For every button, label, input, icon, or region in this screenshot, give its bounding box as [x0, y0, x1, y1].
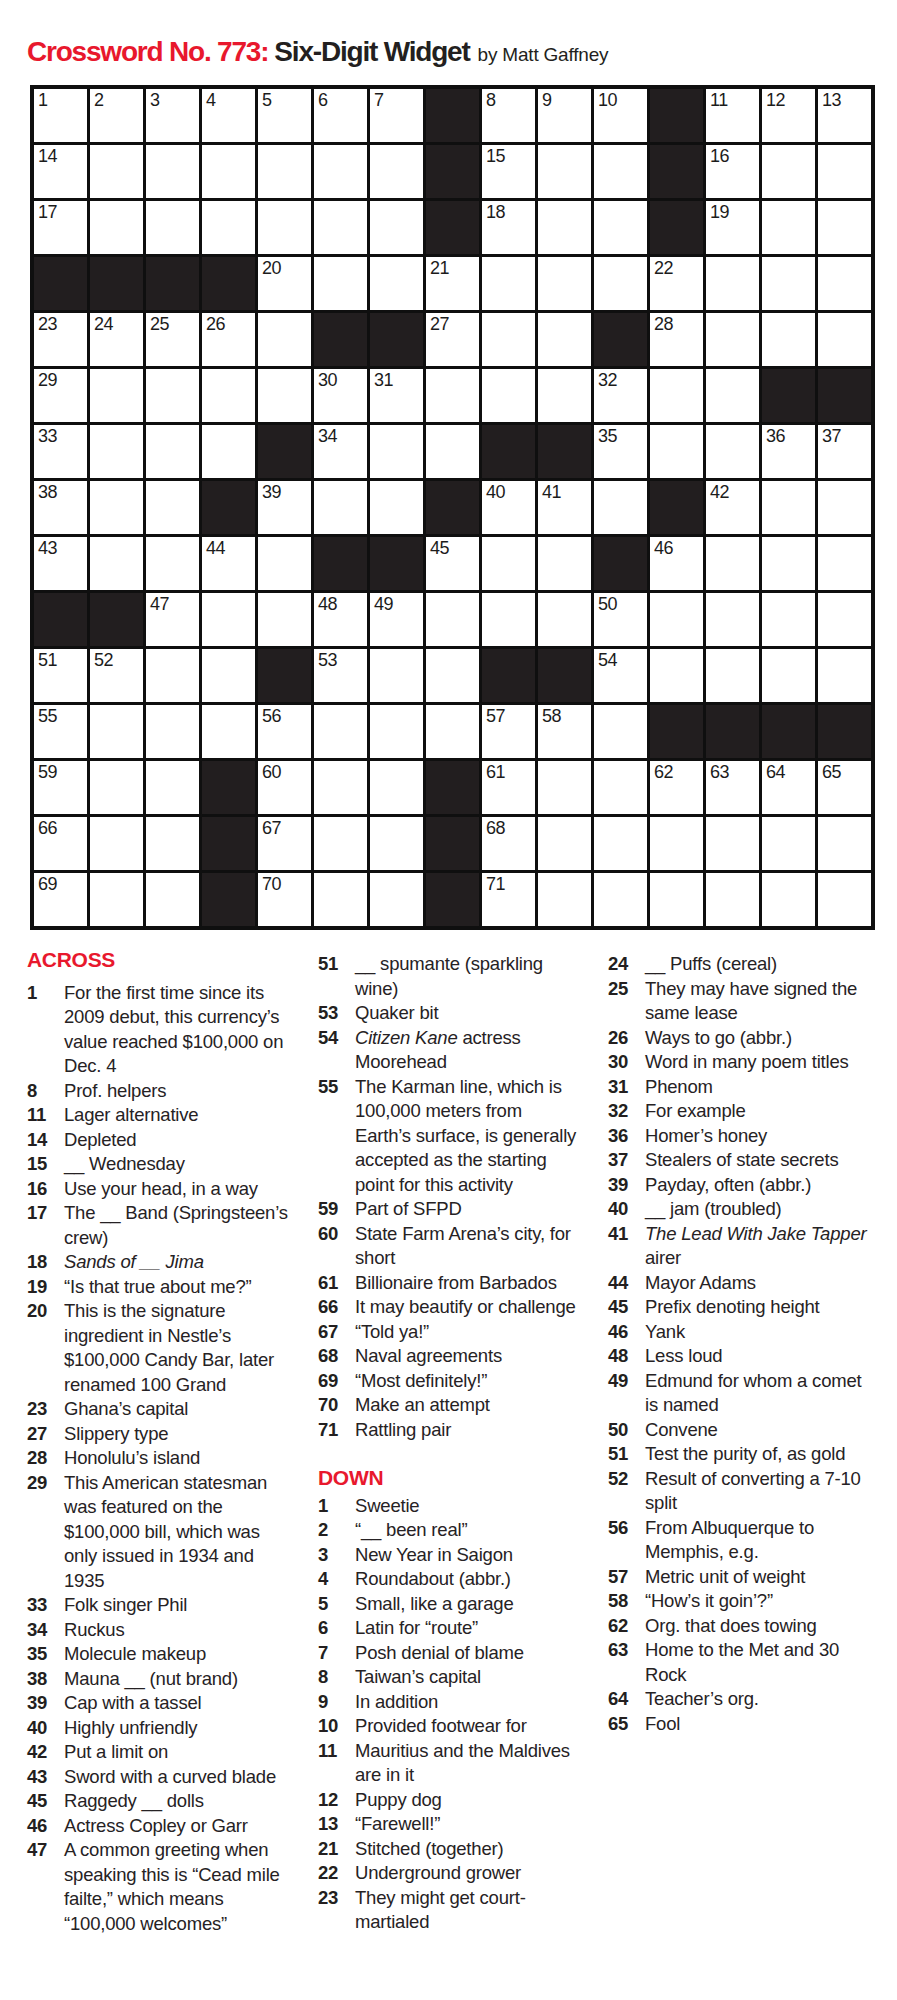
clue-number: 5	[318, 1592, 328, 1617]
clue-down-3: 3New Year in Saigon	[318, 1543, 582, 1568]
cell-r1c5[interactable]: 5	[258, 89, 311, 142]
cell-r11c7[interactable]	[370, 649, 423, 702]
clue-across-42: 42Put a limit on	[27, 1740, 291, 1765]
clue-down-12: 12Puppy dog	[318, 1788, 582, 1813]
block-r3c8	[426, 201, 479, 254]
cell-number: 71	[486, 875, 505, 893]
cell-r12c4[interactable]	[202, 705, 255, 758]
cell-r6c6[interactable]: 30	[314, 369, 367, 422]
cell-r10c14[interactable]	[762, 593, 815, 646]
cell-r10c7[interactable]: 49	[370, 593, 423, 646]
cell-r2c9[interactable]: 15	[482, 145, 535, 198]
clue-number: 52	[608, 1467, 628, 1492]
clue-number: 24	[608, 952, 628, 977]
cell-r14c9[interactable]: 68	[482, 817, 535, 870]
cell-r15c6[interactable]	[314, 873, 367, 926]
cell-number: 35	[598, 427, 617, 445]
cell-r6c1[interactable]: 29	[34, 369, 87, 422]
block-r15c8	[426, 873, 479, 926]
cell-r8c6[interactable]	[314, 481, 367, 534]
clue-text: Molecule makeup	[64, 1643, 206, 1664]
cell-r8c3[interactable]	[146, 481, 199, 534]
cell-r6c2[interactable]	[90, 369, 143, 422]
cell-r9c15[interactable]	[818, 537, 871, 590]
cell-r4c15[interactable]	[818, 257, 871, 310]
cell-r5c10[interactable]	[538, 313, 591, 366]
cell-r15c9[interactable]: 71	[482, 873, 535, 926]
cell-number: 67	[262, 819, 281, 837]
cell-r3c15[interactable]	[818, 201, 871, 254]
cell-r4c12[interactable]: 22	[650, 257, 703, 310]
clue-text: Stealers of state secrets	[645, 1149, 838, 1170]
clue-number: 47	[27, 1838, 47, 1863]
cell-r4c6[interactable]	[314, 257, 367, 310]
cell-r3c11[interactable]	[594, 201, 647, 254]
cell-r4c5[interactable]: 20	[258, 257, 311, 310]
clue-text: Prof. helpers	[64, 1080, 166, 1101]
cell-r5c5[interactable]	[258, 313, 311, 366]
cell-r8c15[interactable]	[818, 481, 871, 534]
cell-number: 2	[94, 91, 104, 109]
cell-r13c9[interactable]: 61	[482, 761, 535, 814]
cell-r6c7[interactable]: 31	[370, 369, 423, 422]
clue-across-17: 17The __ Band (Springsteen’s crew)	[27, 1201, 291, 1250]
cell-r5c12[interactable]: 28	[650, 313, 703, 366]
cell-r14c15[interactable]	[818, 817, 871, 870]
cell-r15c12[interactable]	[650, 873, 703, 926]
cell-r14c7[interactable]	[370, 817, 423, 870]
cell-r13c5[interactable]: 60	[258, 761, 311, 814]
block-r14c4	[202, 817, 255, 870]
cell-r10c5[interactable]	[258, 593, 311, 646]
clue-text: Ghana’s capital	[64, 1398, 188, 1419]
cell-r8c13[interactable]: 42	[706, 481, 759, 534]
clue-down-4: 4Roundabout (abbr.)	[318, 1567, 582, 1592]
clue-down-44: 44Mayor Adams	[608, 1271, 876, 1296]
cell-r7c15[interactable]: 37	[818, 425, 871, 478]
cell-r7c2[interactable]	[90, 425, 143, 478]
cell-r13c13[interactable]: 63	[706, 761, 759, 814]
cell-r5c15[interactable]	[818, 313, 871, 366]
clue-text: Naval agreements	[355, 1345, 502, 1366]
clue-across-35: 35Molecule makeup	[27, 1642, 291, 1667]
cell-number: 50	[598, 595, 617, 613]
cell-r1c1[interactable]: 1	[34, 89, 87, 142]
cell-r2c7[interactable]	[370, 145, 423, 198]
block-r7c9	[482, 425, 535, 478]
clue-down-62: 62Org. that does towing	[608, 1614, 876, 1639]
cell-r6c10[interactable]	[538, 369, 591, 422]
cell-r9c14[interactable]	[762, 537, 815, 590]
cell-r10c3[interactable]: 47	[146, 593, 199, 646]
clue-number: 6	[318, 1616, 328, 1641]
clue-text: Latin for “route”	[355, 1617, 478, 1638]
cell-r4c10[interactable]	[538, 257, 591, 310]
cell-r3c3[interactable]	[146, 201, 199, 254]
cell-r8c5[interactable]: 39	[258, 481, 311, 534]
cell-r2c5[interactable]	[258, 145, 311, 198]
cell-r5c13[interactable]	[706, 313, 759, 366]
cell-r1c3[interactable]: 3	[146, 89, 199, 142]
cell-r5c9[interactable]	[482, 313, 535, 366]
cell-r11c13[interactable]	[706, 649, 759, 702]
clue-text: Posh denial of blame	[355, 1642, 524, 1663]
clue-number: 46	[27, 1814, 47, 1839]
cell-r9c2[interactable]	[90, 537, 143, 590]
clue-number: 59	[318, 1197, 338, 1222]
cell-r4c9[interactable]	[482, 257, 535, 310]
cell-r11c3[interactable]	[146, 649, 199, 702]
clue-across-1: 1For the first time since its 2009 debut…	[27, 981, 291, 1079]
cell-r13c1[interactable]: 59	[34, 761, 87, 814]
cell-r14c13[interactable]	[706, 817, 759, 870]
cell-r8c11[interactable]	[594, 481, 647, 534]
cell-r9c9[interactable]	[482, 537, 535, 590]
cell-r9c13[interactable]	[706, 537, 759, 590]
clue-down-9: 9In addition	[318, 1690, 582, 1715]
cell-r12c2[interactable]	[90, 705, 143, 758]
cell-r2c2[interactable]	[90, 145, 143, 198]
clue-text: New Year in Saigon	[355, 1544, 513, 1565]
clue-number: 23	[318, 1886, 338, 1911]
cell-r13c10[interactable]	[538, 761, 591, 814]
clue-down-57: 57Metric unit of weight	[608, 1565, 876, 1590]
cell-r15c13[interactable]	[706, 873, 759, 926]
cell-r13c7[interactable]	[370, 761, 423, 814]
cell-r1c14[interactable]: 12	[762, 89, 815, 142]
clue-text: From Albuquerque to Memphis, e.g.	[645, 1517, 814, 1563]
cell-r3c1[interactable]: 17	[34, 201, 87, 254]
cell-r14c11[interactable]	[594, 817, 647, 870]
cell-r8c1[interactable]: 38	[34, 481, 87, 534]
cell-r11c8[interactable]	[426, 649, 479, 702]
block-r9c11	[594, 537, 647, 590]
cell-r15c10[interactable]	[538, 873, 591, 926]
cell-r7c3[interactable]	[146, 425, 199, 478]
cell-r10c4[interactable]	[202, 593, 255, 646]
cell-r14c2[interactable]	[90, 817, 143, 870]
clue-across-47: 47A common greeting when speaking this i…	[27, 1838, 291, 1936]
cell-r2c13[interactable]: 16	[706, 145, 759, 198]
clue-down-5: 5Small, like a garage	[318, 1592, 582, 1617]
cell-r5c8[interactable]: 27	[426, 313, 479, 366]
clue-number: 39	[27, 1691, 47, 1716]
cell-r1c7[interactable]: 7	[370, 89, 423, 142]
cell-r7c1[interactable]: 33	[34, 425, 87, 478]
cell-r2c3[interactable]	[146, 145, 199, 198]
cell-r4c8[interactable]: 21	[426, 257, 479, 310]
cell-r11c15[interactable]	[818, 649, 871, 702]
cell-r12c1[interactable]: 55	[34, 705, 87, 758]
cell-r12c7[interactable]	[370, 705, 423, 758]
cell-r13c3[interactable]	[146, 761, 199, 814]
block-r8c4	[202, 481, 255, 534]
cell-r9c1[interactable]: 43	[34, 537, 87, 590]
cell-r1c15[interactable]: 13	[818, 89, 871, 142]
cell-r5c4[interactable]: 26	[202, 313, 255, 366]
clue-down-30: 30Word in many poem titles	[608, 1050, 876, 1075]
cell-r9c5[interactable]	[258, 537, 311, 590]
clue-number: 41	[608, 1222, 628, 1247]
cell-r3c9[interactable]: 18	[482, 201, 535, 254]
clue-number: 37	[608, 1148, 628, 1173]
clue-number: 53	[318, 1001, 338, 1026]
cell-r10c13[interactable]	[706, 593, 759, 646]
clue-text: Yank	[645, 1321, 685, 1342]
cell-r5c3[interactable]: 25	[146, 313, 199, 366]
cell-r8c7[interactable]	[370, 481, 423, 534]
cell-r10c10[interactable]	[538, 593, 591, 646]
clue-down-40: 40__ jam (troubled)	[608, 1197, 876, 1222]
title-byline: by Matt Gaffney	[478, 44, 609, 65]
cell-r11c2[interactable]: 52	[90, 649, 143, 702]
cell-r14c14[interactable]	[762, 817, 815, 870]
cell-r14c1[interactable]: 66	[34, 817, 87, 870]
cell-r2c15[interactable]	[818, 145, 871, 198]
down-header: DOWN	[318, 1466, 582, 1491]
cell-r3c7[interactable]	[370, 201, 423, 254]
cell-r12c3[interactable]	[146, 705, 199, 758]
cell-r3c13[interactable]: 19	[706, 201, 759, 254]
cell-r6c4[interactable]	[202, 369, 255, 422]
cell-number: 37	[822, 427, 841, 445]
clue-down-63: 63Home to the Met and 30 Rock	[608, 1638, 876, 1687]
cell-r4c14[interactable]	[762, 257, 815, 310]
clue-text: In addition	[355, 1691, 438, 1712]
cell-r2c6[interactable]	[314, 145, 367, 198]
cell-r3c2[interactable]	[90, 201, 143, 254]
cell-r11c14[interactable]	[762, 649, 815, 702]
clue-text: Metric unit of weight	[645, 1566, 805, 1587]
clue-text: __ Wednesday	[64, 1153, 185, 1174]
block-r1c8	[426, 89, 479, 142]
clue-number: 66	[318, 1295, 338, 1320]
clue-number: 48	[608, 1344, 628, 1369]
clue-text: Payday, often (abbr.)	[645, 1174, 811, 1195]
clue-text: They may have signed the same lease	[645, 978, 857, 1024]
cell-r15c14[interactable]	[762, 873, 815, 926]
cell-r10c9[interactable]	[482, 593, 535, 646]
clue-down-45: 45Prefix denoting height	[608, 1295, 876, 1320]
cell-r2c10[interactable]	[538, 145, 591, 198]
cell-r6c12[interactable]	[650, 369, 703, 422]
cell-r6c11[interactable]: 32	[594, 369, 647, 422]
cell-number: 5	[262, 91, 272, 109]
cell-r15c1[interactable]: 69	[34, 873, 87, 926]
cell-r7c12[interactable]	[650, 425, 703, 478]
cell-r11c11[interactable]: 54	[594, 649, 647, 702]
clue-down-22: 22Underground grower	[318, 1861, 582, 1886]
block-r5c11	[594, 313, 647, 366]
cell-r7c8[interactable]	[426, 425, 479, 478]
cell-r10c11[interactable]: 50	[594, 593, 647, 646]
clue-across-20: 20This is the signature ingredient in Ne…	[27, 1299, 291, 1397]
cell-r4c13[interactable]	[706, 257, 759, 310]
cell-r15c11[interactable]	[594, 873, 647, 926]
cell-r8c14[interactable]	[762, 481, 815, 534]
cell-r2c14[interactable]	[762, 145, 815, 198]
cell-r12c8[interactable]	[426, 705, 479, 758]
cell-r13c14[interactable]: 64	[762, 761, 815, 814]
cell-r1c6[interactable]: 6	[314, 89, 367, 142]
block-r3c12	[650, 201, 703, 254]
cell-r7c11[interactable]: 35	[594, 425, 647, 478]
cell-r2c11[interactable]	[594, 145, 647, 198]
block-r5c7	[370, 313, 423, 366]
clue-down-2: 2“__ been real”	[318, 1518, 582, 1543]
cell-r5c1[interactable]: 23	[34, 313, 87, 366]
clue-text: Result of converting a 7-10 split	[645, 1468, 861, 1514]
cell-number: 8	[486, 91, 496, 109]
cell-r13c6[interactable]	[314, 761, 367, 814]
cell-r13c2[interactable]	[90, 761, 143, 814]
cell-r12c10[interactable]: 58	[538, 705, 591, 758]
cell-r2c1[interactable]: 14	[34, 145, 87, 198]
cell-r1c2[interactable]: 2	[90, 89, 143, 142]
cell-r11c1[interactable]: 51	[34, 649, 87, 702]
block-r12c15	[818, 705, 871, 758]
block-r11c10	[538, 649, 591, 702]
cell-r12c5[interactable]: 56	[258, 705, 311, 758]
clue-down-58: 58“How’s it goin’?”	[608, 1589, 876, 1614]
block-r9c6	[314, 537, 367, 590]
cell-r11c4[interactable]	[202, 649, 255, 702]
cell-r1c13[interactable]: 11	[706, 89, 759, 142]
cell-r14c3[interactable]	[146, 817, 199, 870]
clue-number: 38	[27, 1667, 47, 1692]
cell-number: 66	[38, 819, 57, 837]
cell-r9c4[interactable]: 44	[202, 537, 255, 590]
cell-r10c12[interactable]	[650, 593, 703, 646]
cell-r11c12[interactable]	[650, 649, 703, 702]
cell-r8c10[interactable]: 41	[538, 481, 591, 534]
clue-text: Underground grower	[355, 1862, 521, 1883]
cell-r7c6[interactable]: 34	[314, 425, 367, 478]
clue-text: Word in many poem titles	[645, 1051, 849, 1072]
clue-number: 68	[318, 1344, 338, 1369]
clue-number: 20	[27, 1299, 47, 1324]
cell-r9c3[interactable]	[146, 537, 199, 590]
cell-r1c9[interactable]: 8	[482, 89, 535, 142]
cell-r10c8[interactable]	[426, 593, 479, 646]
cell-r9c10[interactable]	[538, 537, 591, 590]
cell-r9c12[interactable]: 46	[650, 537, 703, 590]
block-r9c7	[370, 537, 423, 590]
cell-r3c6[interactable]	[314, 201, 367, 254]
cell-number: 6	[318, 91, 328, 109]
cell-r4c7[interactable]	[370, 257, 423, 310]
cell-number: 44	[206, 539, 225, 557]
clue-text: Mayor Adams	[645, 1272, 756, 1293]
cell-r1c11[interactable]: 10	[594, 89, 647, 142]
cell-number: 12	[766, 91, 785, 109]
cell-r14c10[interactable]	[538, 817, 591, 870]
cell-r15c15[interactable]	[818, 873, 871, 926]
block-r15c4	[202, 873, 255, 926]
cell-r6c8[interactable]	[426, 369, 479, 422]
clue-text: Provided footwear for	[355, 1715, 527, 1736]
clue-text: Part of SFPD	[355, 1198, 462, 1219]
clue-number: 16	[27, 1177, 47, 1202]
block-r4c1	[34, 257, 87, 310]
cell-r7c14[interactable]: 36	[762, 425, 815, 478]
cell-r6c9[interactable]	[482, 369, 535, 422]
clue-number: 54	[318, 1026, 338, 1051]
cell-r5c2[interactable]: 24	[90, 313, 143, 366]
cell-r12c9[interactable]: 57	[482, 705, 535, 758]
cell-r3c10[interactable]	[538, 201, 591, 254]
cell-r14c12[interactable]	[650, 817, 703, 870]
clue-number: 45	[608, 1295, 628, 1320]
cell-r1c10[interactable]: 9	[538, 89, 591, 142]
cell-r12c11[interactable]	[594, 705, 647, 758]
cell-r10c15[interactable]	[818, 593, 871, 646]
clue-text: Roundabout (abbr.)	[355, 1568, 511, 1589]
cell-r4c11[interactable]	[594, 257, 647, 310]
cell-r13c15[interactable]: 65	[818, 761, 871, 814]
clue-number: 12	[318, 1788, 338, 1813]
cell-r11c6[interactable]: 53	[314, 649, 367, 702]
cell-r15c5[interactable]: 70	[258, 873, 311, 926]
block-r13c4	[202, 761, 255, 814]
cell-number: 68	[486, 819, 505, 837]
cell-r15c7[interactable]	[370, 873, 423, 926]
cell-r2c4[interactable]	[202, 145, 255, 198]
clue-across-18: 18Sands of __ Jima	[27, 1250, 291, 1275]
cell-r3c5[interactable]	[258, 201, 311, 254]
clue-across-66: 66It may beautify or challenge	[318, 1295, 582, 1320]
clue-text: Edmund for whom a comet is named	[645, 1370, 861, 1416]
cell-r7c4[interactable]	[202, 425, 255, 478]
cell-r15c2[interactable]	[90, 873, 143, 926]
clue-number: 27	[27, 1422, 47, 1447]
clue-number: 25	[608, 977, 628, 1002]
cell-r12c6[interactable]	[314, 705, 367, 758]
cell-r7c13[interactable]	[706, 425, 759, 478]
cell-r14c5[interactable]: 67	[258, 817, 311, 870]
cell-r13c11[interactable]	[594, 761, 647, 814]
clue-number: 40	[608, 1197, 628, 1222]
cell-r5c14[interactable]	[762, 313, 815, 366]
cell-r1c4[interactable]: 4	[202, 89, 255, 142]
cell-r9c8[interactable]: 45	[426, 537, 479, 590]
cell-r15c3[interactable]	[146, 873, 199, 926]
cell-number: 19	[710, 203, 729, 221]
cell-r3c4[interactable]	[202, 201, 255, 254]
cell-r7c7[interactable]	[370, 425, 423, 478]
clue-text: Phenom	[645, 1076, 713, 1097]
cell-r8c2[interactable]	[90, 481, 143, 534]
clue-number: 42	[27, 1740, 47, 1765]
clue-number: 35	[27, 1642, 47, 1667]
cell-r13c12[interactable]: 62	[650, 761, 703, 814]
clue-across-11: 11Lager alternative	[27, 1103, 291, 1128]
down-clues-part-1: 1Sweetie2“__ been real”3New Year in Saig…	[318, 1494, 582, 1935]
cell-r8c9[interactable]: 40	[482, 481, 535, 534]
clue-across-33: 33Folk singer Phil	[27, 1593, 291, 1618]
cell-r10c6[interactable]: 48	[314, 593, 367, 646]
cell-r6c5[interactable]	[258, 369, 311, 422]
cell-r14c6[interactable]	[314, 817, 367, 870]
cell-r6c3[interactable]	[146, 369, 199, 422]
clue-text: Sands of __ Jima	[64, 1251, 204, 1272]
clue-across-46: 46Actress Copley or Garr	[27, 1814, 291, 1839]
cell-r3c14[interactable]	[762, 201, 815, 254]
clue-across-53: 53Quaker bit	[318, 1001, 582, 1026]
cell-number: 52	[94, 651, 113, 669]
clue-number: 39	[608, 1173, 628, 1198]
cell-r6c13[interactable]	[706, 369, 759, 422]
